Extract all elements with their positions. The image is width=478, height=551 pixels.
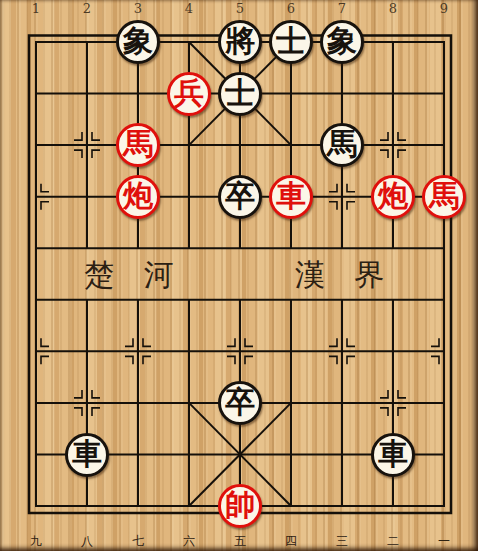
piece-red-horse[interactable]: 馬 [116,123,160,167]
coord-top-2: 2 [62,1,113,17]
piece-black-soldier[interactable]: 卒 [218,381,262,425]
top-coordinates: 123456789 [11,1,470,17]
coord-bottom-6: 四 [266,533,317,549]
coord-bottom-9: 一 [419,533,470,549]
piece-red-general[interactable]: 帥 [218,484,262,528]
piece-red-cannon[interactable]: 炮 [116,175,160,219]
piece-red-soldier[interactable]: 兵 [167,72,211,116]
coord-bottom-8: 二 [368,533,419,549]
piece-black-elephant[interactable]: 象 [116,20,160,64]
piece-black-advisor[interactable]: 士 [269,20,313,64]
xiangqi-board: 123456789 [0,0,478,551]
coord-bottom-7: 三 [317,533,368,549]
piece-black-advisor[interactable]: 士 [218,72,262,116]
coord-top-1: 1 [11,1,62,17]
bottom-coordinates: 九八七六五四三二一 [11,533,470,549]
piece-black-elephant[interactable]: 象 [320,20,364,64]
piece-red-chariot[interactable]: 車 [269,175,313,219]
coord-bottom-1: 九 [11,533,62,549]
piece-black-chariot[interactable]: 車 [371,433,415,477]
coord-top-3: 3 [113,1,164,17]
coord-top-8: 8 [368,1,419,17]
coord-bottom-3: 七 [113,533,164,549]
piece-black-soldier[interactable]: 卒 [218,175,262,219]
coord-bottom-2: 八 [62,533,113,549]
coord-top-7: 7 [317,1,368,17]
coord-bottom-5: 五 [215,533,266,549]
piece-red-cannon[interactable]: 炮 [371,175,415,219]
piece-grid: 象將士象兵士馬馬炮卒車炮馬卒車車帥 [11,16,470,532]
piece-red-horse[interactable]: 馬 [422,175,466,219]
coord-top-5: 5 [215,1,266,17]
coord-bottom-4: 六 [164,533,215,549]
coord-top-4: 4 [164,1,215,17]
coord-top-9: 9 [419,1,470,17]
piece-black-horse[interactable]: 馬 [320,123,364,167]
coord-top-6: 6 [266,1,317,17]
piece-black-chariot[interactable]: 車 [65,433,109,477]
piece-black-general[interactable]: 將 [218,20,262,64]
